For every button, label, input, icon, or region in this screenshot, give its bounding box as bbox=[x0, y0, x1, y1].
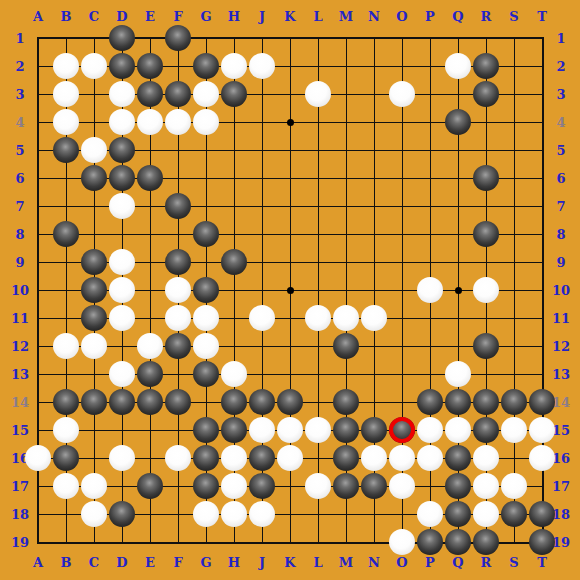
point-M5[interactable] bbox=[332, 136, 360, 164]
point-D12[interactable] bbox=[108, 332, 136, 360]
point-R3[interactable] bbox=[472, 80, 500, 108]
point-D18[interactable] bbox=[108, 500, 136, 528]
point-P11[interactable] bbox=[416, 304, 444, 332]
point-F7[interactable] bbox=[164, 192, 192, 220]
point-J1[interactable] bbox=[248, 24, 276, 52]
point-F19[interactable] bbox=[164, 528, 192, 556]
point-A8[interactable] bbox=[24, 220, 52, 248]
point-F12[interactable] bbox=[164, 332, 192, 360]
point-K14[interactable] bbox=[276, 388, 304, 416]
point-T4[interactable] bbox=[528, 108, 556, 136]
point-L7[interactable] bbox=[304, 192, 332, 220]
point-A18[interactable] bbox=[24, 500, 52, 528]
point-Q1[interactable] bbox=[444, 24, 472, 52]
point-L5[interactable] bbox=[304, 136, 332, 164]
point-P5[interactable] bbox=[416, 136, 444, 164]
point-C18[interactable] bbox=[80, 500, 108, 528]
point-D11[interactable] bbox=[108, 304, 136, 332]
point-Q14[interactable] bbox=[444, 388, 472, 416]
point-S5[interactable] bbox=[500, 136, 528, 164]
point-O8[interactable] bbox=[388, 220, 416, 248]
point-O17[interactable] bbox=[388, 472, 416, 500]
point-G15[interactable] bbox=[192, 416, 220, 444]
point-T10[interactable] bbox=[528, 276, 556, 304]
point-M12[interactable] bbox=[332, 332, 360, 360]
point-R19[interactable] bbox=[472, 528, 500, 556]
point-H19[interactable] bbox=[220, 528, 248, 556]
point-H3[interactable] bbox=[220, 80, 248, 108]
point-J18[interactable] bbox=[248, 500, 276, 528]
point-S11[interactable] bbox=[500, 304, 528, 332]
point-A17[interactable] bbox=[24, 472, 52, 500]
point-L18[interactable] bbox=[304, 500, 332, 528]
point-N6[interactable] bbox=[360, 164, 388, 192]
point-G11[interactable] bbox=[192, 304, 220, 332]
point-S15[interactable] bbox=[500, 416, 528, 444]
point-A14[interactable] bbox=[24, 388, 52, 416]
point-P15[interactable] bbox=[416, 416, 444, 444]
point-G8[interactable] bbox=[192, 220, 220, 248]
point-H10[interactable] bbox=[220, 276, 248, 304]
point-P4[interactable] bbox=[416, 108, 444, 136]
point-E5[interactable] bbox=[136, 136, 164, 164]
point-R15[interactable] bbox=[472, 416, 500, 444]
point-J16[interactable] bbox=[248, 444, 276, 472]
point-T6[interactable] bbox=[528, 164, 556, 192]
point-C14[interactable] bbox=[80, 388, 108, 416]
point-T16[interactable] bbox=[528, 444, 556, 472]
point-M6[interactable] bbox=[332, 164, 360, 192]
point-B8[interactable] bbox=[52, 220, 80, 248]
point-S2[interactable] bbox=[500, 52, 528, 80]
point-R2[interactable] bbox=[472, 52, 500, 80]
point-H15[interactable] bbox=[220, 416, 248, 444]
point-K13[interactable] bbox=[276, 360, 304, 388]
point-B13[interactable] bbox=[52, 360, 80, 388]
point-Q16[interactable] bbox=[444, 444, 472, 472]
point-G10[interactable] bbox=[192, 276, 220, 304]
point-L15[interactable] bbox=[304, 416, 332, 444]
point-D16[interactable] bbox=[108, 444, 136, 472]
point-G4[interactable] bbox=[192, 108, 220, 136]
point-E6[interactable] bbox=[136, 164, 164, 192]
point-D10[interactable] bbox=[108, 276, 136, 304]
point-F6[interactable] bbox=[164, 164, 192, 192]
point-N1[interactable] bbox=[360, 24, 388, 52]
point-J13[interactable] bbox=[248, 360, 276, 388]
point-L9[interactable] bbox=[304, 248, 332, 276]
point-Q13[interactable] bbox=[444, 360, 472, 388]
point-C2[interactable] bbox=[80, 52, 108, 80]
point-A4[interactable] bbox=[24, 108, 52, 136]
point-K6[interactable] bbox=[276, 164, 304, 192]
point-H2[interactable] bbox=[220, 52, 248, 80]
point-L13[interactable] bbox=[304, 360, 332, 388]
point-J4[interactable] bbox=[248, 108, 276, 136]
point-P13[interactable] bbox=[416, 360, 444, 388]
point-L10[interactable] bbox=[304, 276, 332, 304]
point-Q7[interactable] bbox=[444, 192, 472, 220]
point-T8[interactable] bbox=[528, 220, 556, 248]
point-T15[interactable] bbox=[528, 416, 556, 444]
point-N10[interactable] bbox=[360, 276, 388, 304]
point-G1[interactable] bbox=[192, 24, 220, 52]
point-T11[interactable] bbox=[528, 304, 556, 332]
point-S16[interactable] bbox=[500, 444, 528, 472]
point-G12[interactable] bbox=[192, 332, 220, 360]
point-F13[interactable] bbox=[164, 360, 192, 388]
point-B15[interactable] bbox=[52, 416, 80, 444]
point-L11[interactable] bbox=[304, 304, 332, 332]
point-H5[interactable] bbox=[220, 136, 248, 164]
point-M7[interactable] bbox=[332, 192, 360, 220]
point-K4[interactable] bbox=[276, 108, 304, 136]
point-N11[interactable] bbox=[360, 304, 388, 332]
point-Q8[interactable] bbox=[444, 220, 472, 248]
point-O3[interactable] bbox=[388, 80, 416, 108]
point-F18[interactable] bbox=[164, 500, 192, 528]
point-R1[interactable] bbox=[472, 24, 500, 52]
point-E8[interactable] bbox=[136, 220, 164, 248]
point-F15[interactable] bbox=[164, 416, 192, 444]
point-O11[interactable] bbox=[388, 304, 416, 332]
point-H13[interactable] bbox=[220, 360, 248, 388]
point-T9[interactable] bbox=[528, 248, 556, 276]
point-P12[interactable] bbox=[416, 332, 444, 360]
point-L14[interactable] bbox=[304, 388, 332, 416]
point-N9[interactable] bbox=[360, 248, 388, 276]
point-Q5[interactable] bbox=[444, 136, 472, 164]
point-O2[interactable] bbox=[388, 52, 416, 80]
point-R7[interactable] bbox=[472, 192, 500, 220]
point-N16[interactable] bbox=[360, 444, 388, 472]
point-P7[interactable] bbox=[416, 192, 444, 220]
point-E4[interactable] bbox=[136, 108, 164, 136]
point-E13[interactable] bbox=[136, 360, 164, 388]
point-M16[interactable] bbox=[332, 444, 360, 472]
point-E2[interactable] bbox=[136, 52, 164, 80]
point-Q10[interactable] bbox=[444, 276, 472, 304]
point-L8[interactable] bbox=[304, 220, 332, 248]
point-A6[interactable] bbox=[24, 164, 52, 192]
point-L6[interactable] bbox=[304, 164, 332, 192]
point-F8[interactable] bbox=[164, 220, 192, 248]
point-C13[interactable] bbox=[80, 360, 108, 388]
point-R18[interactable] bbox=[472, 500, 500, 528]
point-R9[interactable] bbox=[472, 248, 500, 276]
point-P1[interactable] bbox=[416, 24, 444, 52]
point-R16[interactable] bbox=[472, 444, 500, 472]
point-B5[interactable] bbox=[52, 136, 80, 164]
point-A15[interactable] bbox=[24, 416, 52, 444]
point-H17[interactable] bbox=[220, 472, 248, 500]
point-S19[interactable] bbox=[500, 528, 528, 556]
point-G9[interactable] bbox=[192, 248, 220, 276]
point-A16[interactable] bbox=[24, 444, 52, 472]
point-P3[interactable] bbox=[416, 80, 444, 108]
point-H1[interactable] bbox=[220, 24, 248, 52]
point-S9[interactable] bbox=[500, 248, 528, 276]
point-O6[interactable] bbox=[388, 164, 416, 192]
point-E12[interactable] bbox=[136, 332, 164, 360]
point-O10[interactable] bbox=[388, 276, 416, 304]
point-F1[interactable] bbox=[164, 24, 192, 52]
point-O7[interactable] bbox=[388, 192, 416, 220]
point-N4[interactable] bbox=[360, 108, 388, 136]
point-C3[interactable] bbox=[80, 80, 108, 108]
point-R5[interactable] bbox=[472, 136, 500, 164]
point-E11[interactable] bbox=[136, 304, 164, 332]
point-P9[interactable] bbox=[416, 248, 444, 276]
point-N3[interactable] bbox=[360, 80, 388, 108]
point-R10[interactable] bbox=[472, 276, 500, 304]
point-B7[interactable] bbox=[52, 192, 80, 220]
point-A9[interactable] bbox=[24, 248, 52, 276]
point-N7[interactable] bbox=[360, 192, 388, 220]
point-D13[interactable] bbox=[108, 360, 136, 388]
point-F3[interactable] bbox=[164, 80, 192, 108]
point-J3[interactable] bbox=[248, 80, 276, 108]
point-R13[interactable] bbox=[472, 360, 500, 388]
point-N19[interactable] bbox=[360, 528, 388, 556]
point-L19[interactable] bbox=[304, 528, 332, 556]
point-M14[interactable] bbox=[332, 388, 360, 416]
point-C12[interactable] bbox=[80, 332, 108, 360]
point-B17[interactable] bbox=[52, 472, 80, 500]
point-P8[interactable] bbox=[416, 220, 444, 248]
point-Q18[interactable] bbox=[444, 500, 472, 528]
point-L12[interactable] bbox=[304, 332, 332, 360]
point-D19[interactable] bbox=[108, 528, 136, 556]
point-Q2[interactable] bbox=[444, 52, 472, 80]
point-G14[interactable] bbox=[192, 388, 220, 416]
point-N17[interactable] bbox=[360, 472, 388, 500]
point-K12[interactable] bbox=[276, 332, 304, 360]
point-S10[interactable] bbox=[500, 276, 528, 304]
point-J17[interactable] bbox=[248, 472, 276, 500]
point-E7[interactable] bbox=[136, 192, 164, 220]
point-S17[interactable] bbox=[500, 472, 528, 500]
point-H9[interactable] bbox=[220, 248, 248, 276]
point-B14[interactable] bbox=[52, 388, 80, 416]
point-S18[interactable] bbox=[500, 500, 528, 528]
point-J15[interactable] bbox=[248, 416, 276, 444]
point-G16[interactable] bbox=[192, 444, 220, 472]
point-H7[interactable] bbox=[220, 192, 248, 220]
point-C16[interactable] bbox=[80, 444, 108, 472]
point-D7[interactable] bbox=[108, 192, 136, 220]
point-B9[interactable] bbox=[52, 248, 80, 276]
point-R4[interactable] bbox=[472, 108, 500, 136]
point-F17[interactable] bbox=[164, 472, 192, 500]
point-D8[interactable] bbox=[108, 220, 136, 248]
point-B16[interactable] bbox=[52, 444, 80, 472]
point-C7[interactable] bbox=[80, 192, 108, 220]
point-O5[interactable] bbox=[388, 136, 416, 164]
point-O19[interactable] bbox=[388, 528, 416, 556]
point-O12[interactable] bbox=[388, 332, 416, 360]
point-Q9[interactable] bbox=[444, 248, 472, 276]
point-E10[interactable] bbox=[136, 276, 164, 304]
point-Q11[interactable] bbox=[444, 304, 472, 332]
point-P14[interactable] bbox=[416, 388, 444, 416]
point-A2[interactable] bbox=[24, 52, 52, 80]
point-M9[interactable] bbox=[332, 248, 360, 276]
point-B2[interactable] bbox=[52, 52, 80, 80]
point-F4[interactable] bbox=[164, 108, 192, 136]
point-R6[interactable] bbox=[472, 164, 500, 192]
point-T12[interactable] bbox=[528, 332, 556, 360]
point-D4[interactable] bbox=[108, 108, 136, 136]
point-S12[interactable] bbox=[500, 332, 528, 360]
point-K11[interactable] bbox=[276, 304, 304, 332]
point-H18[interactable] bbox=[220, 500, 248, 528]
point-O15[interactable] bbox=[388, 416, 416, 444]
point-B10[interactable] bbox=[52, 276, 80, 304]
point-F11[interactable] bbox=[164, 304, 192, 332]
point-P18[interactable] bbox=[416, 500, 444, 528]
point-Q19[interactable] bbox=[444, 528, 472, 556]
point-S1[interactable] bbox=[500, 24, 528, 52]
point-P2[interactable] bbox=[416, 52, 444, 80]
point-K9[interactable] bbox=[276, 248, 304, 276]
point-L4[interactable] bbox=[304, 108, 332, 136]
point-G13[interactable] bbox=[192, 360, 220, 388]
point-K8[interactable] bbox=[276, 220, 304, 248]
point-J12[interactable] bbox=[248, 332, 276, 360]
point-A5[interactable] bbox=[24, 136, 52, 164]
point-S14[interactable] bbox=[500, 388, 528, 416]
point-A1[interactable] bbox=[24, 24, 52, 52]
point-C5[interactable] bbox=[80, 136, 108, 164]
point-F2[interactable] bbox=[164, 52, 192, 80]
point-J2[interactable] bbox=[248, 52, 276, 80]
point-E9[interactable] bbox=[136, 248, 164, 276]
point-T1[interactable] bbox=[528, 24, 556, 52]
point-C11[interactable] bbox=[80, 304, 108, 332]
point-H8[interactable] bbox=[220, 220, 248, 248]
point-A7[interactable] bbox=[24, 192, 52, 220]
point-B18[interactable] bbox=[52, 500, 80, 528]
point-J5[interactable] bbox=[248, 136, 276, 164]
point-G18[interactable] bbox=[192, 500, 220, 528]
point-K5[interactable] bbox=[276, 136, 304, 164]
point-T17[interactable] bbox=[528, 472, 556, 500]
point-N12[interactable] bbox=[360, 332, 388, 360]
point-H16[interactable] bbox=[220, 444, 248, 472]
point-H14[interactable] bbox=[220, 388, 248, 416]
point-C6[interactable] bbox=[80, 164, 108, 192]
point-R8[interactable] bbox=[472, 220, 500, 248]
point-O14[interactable] bbox=[388, 388, 416, 416]
point-D14[interactable] bbox=[108, 388, 136, 416]
point-N2[interactable] bbox=[360, 52, 388, 80]
point-M18[interactable] bbox=[332, 500, 360, 528]
point-K2[interactable] bbox=[276, 52, 304, 80]
point-N15[interactable] bbox=[360, 416, 388, 444]
point-O18[interactable] bbox=[388, 500, 416, 528]
point-L17[interactable] bbox=[304, 472, 332, 500]
point-B4[interactable] bbox=[52, 108, 80, 136]
point-D17[interactable] bbox=[108, 472, 136, 500]
point-C19[interactable] bbox=[80, 528, 108, 556]
point-J8[interactable] bbox=[248, 220, 276, 248]
point-B1[interactable] bbox=[52, 24, 80, 52]
point-G19[interactable] bbox=[192, 528, 220, 556]
point-A10[interactable] bbox=[24, 276, 52, 304]
point-M8[interactable] bbox=[332, 220, 360, 248]
point-J14[interactable] bbox=[248, 388, 276, 416]
point-D15[interactable] bbox=[108, 416, 136, 444]
point-D2[interactable] bbox=[108, 52, 136, 80]
point-R11[interactable] bbox=[472, 304, 500, 332]
point-C9[interactable] bbox=[80, 248, 108, 276]
point-K17[interactable] bbox=[276, 472, 304, 500]
point-G7[interactable] bbox=[192, 192, 220, 220]
point-T5[interactable] bbox=[528, 136, 556, 164]
point-D9[interactable] bbox=[108, 248, 136, 276]
point-F14[interactable] bbox=[164, 388, 192, 416]
point-C8[interactable] bbox=[80, 220, 108, 248]
point-H6[interactable] bbox=[220, 164, 248, 192]
point-G2[interactable] bbox=[192, 52, 220, 80]
point-J9[interactable] bbox=[248, 248, 276, 276]
point-A12[interactable] bbox=[24, 332, 52, 360]
point-R17[interactable] bbox=[472, 472, 500, 500]
point-L16[interactable] bbox=[304, 444, 332, 472]
point-C1[interactable] bbox=[80, 24, 108, 52]
point-T19[interactable] bbox=[528, 528, 556, 556]
point-K19[interactable] bbox=[276, 528, 304, 556]
point-N13[interactable] bbox=[360, 360, 388, 388]
point-O13[interactable] bbox=[388, 360, 416, 388]
point-H12[interactable] bbox=[220, 332, 248, 360]
point-Q15[interactable] bbox=[444, 416, 472, 444]
point-O4[interactable] bbox=[388, 108, 416, 136]
point-N5[interactable] bbox=[360, 136, 388, 164]
point-F10[interactable] bbox=[164, 276, 192, 304]
point-M15[interactable] bbox=[332, 416, 360, 444]
point-M2[interactable] bbox=[332, 52, 360, 80]
point-G6[interactable] bbox=[192, 164, 220, 192]
point-Q17[interactable] bbox=[444, 472, 472, 500]
point-E15[interactable] bbox=[136, 416, 164, 444]
point-J11[interactable] bbox=[248, 304, 276, 332]
point-Q12[interactable] bbox=[444, 332, 472, 360]
point-C4[interactable] bbox=[80, 108, 108, 136]
point-D3[interactable] bbox=[108, 80, 136, 108]
point-J19[interactable] bbox=[248, 528, 276, 556]
point-P16[interactable] bbox=[416, 444, 444, 472]
point-K16[interactable] bbox=[276, 444, 304, 472]
point-E19[interactable] bbox=[136, 528, 164, 556]
point-J10[interactable] bbox=[248, 276, 276, 304]
point-K10[interactable] bbox=[276, 276, 304, 304]
point-M17[interactable] bbox=[332, 472, 360, 500]
point-Q4[interactable] bbox=[444, 108, 472, 136]
point-O9[interactable] bbox=[388, 248, 416, 276]
point-T13[interactable] bbox=[528, 360, 556, 388]
point-T3[interactable] bbox=[528, 80, 556, 108]
point-K3[interactable] bbox=[276, 80, 304, 108]
point-E14[interactable] bbox=[136, 388, 164, 416]
point-P6[interactable] bbox=[416, 164, 444, 192]
point-A11[interactable] bbox=[24, 304, 52, 332]
point-B11[interactable] bbox=[52, 304, 80, 332]
point-H11[interactable] bbox=[220, 304, 248, 332]
point-K18[interactable] bbox=[276, 500, 304, 528]
point-G5[interactable] bbox=[192, 136, 220, 164]
